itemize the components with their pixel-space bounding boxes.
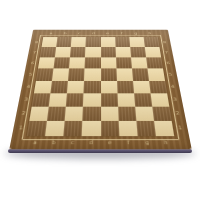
square-h7[interactable] [145,47,161,57]
square-e1[interactable] [101,121,119,136]
square-e8[interactable] [101,37,116,47]
square-a1[interactable] [27,121,47,136]
square-d2[interactable] [83,106,101,120]
square-f1[interactable] [118,121,137,136]
coords-bottom-label-b: b [44,136,64,149]
square-e2[interactable] [101,106,119,120]
square-c4[interactable] [67,81,84,94]
square-f3[interactable] [117,93,135,106]
square-d7[interactable] [85,47,100,57]
coords-right-label-6: 6 [161,58,175,69]
square-e6[interactable] [101,58,117,69]
square-c2[interactable] [65,106,83,120]
square-g6[interactable] [131,58,148,69]
square-a4[interactable] [34,81,52,94]
board-grid[interactable] [27,37,174,136]
coords-bottom: abcdefgh [25,136,177,149]
square-h4[interactable] [149,81,167,94]
square-h2[interactable] [152,106,172,120]
coords-top: abcdefgh [43,30,158,38]
square-f6[interactable] [116,58,132,69]
square-g4[interactable] [133,81,151,94]
square-g8[interactable] [129,37,145,47]
coords-top-label-e: e [101,30,115,38]
coords-right-label-5: 5 [163,69,178,81]
square-g5[interactable] [132,69,149,81]
square-h5[interactable] [147,69,165,81]
square-d3[interactable] [83,93,100,106]
coords-top-label-c: c [72,30,87,38]
square-e3[interactable] [101,93,118,106]
coords-right-label-3: 3 [167,93,183,106]
square-g1[interactable] [136,121,156,136]
square-e7[interactable] [101,47,116,57]
square-b2[interactable] [47,106,66,120]
square-c7[interactable] [70,47,86,57]
square-c6[interactable] [69,58,85,69]
square-b1[interactable] [45,121,65,136]
square-a5[interactable] [36,69,54,81]
board-side-edge [8,149,192,153]
square-g2[interactable] [135,106,154,120]
coords-right-label-7: 7 [159,47,173,57]
square-f8[interactable] [115,37,130,47]
coords-top-label-d: d [86,30,100,38]
coords-right-label-8: 8 [158,37,172,47]
square-b6[interactable] [54,58,71,69]
coords-bottom-label-f: f [119,136,139,149]
chess-board-scene: abcdefgh abcdefgh 87654321 87654321 [0,0,200,200]
coords-top-label-f: f [115,30,130,38]
square-a7[interactable] [40,47,56,57]
square-f2[interactable] [118,106,136,120]
square-b7[interactable] [55,47,71,57]
chess-board: abcdefgh abcdefgh 87654321 87654321 [9,30,191,150]
square-b3[interactable] [49,93,67,106]
square-f7[interactable] [115,47,131,57]
coords-top-label-g: g [129,30,144,38]
square-g7[interactable] [130,47,146,57]
coords-right-label-1: 1 [172,121,189,136]
square-h1[interactable] [154,121,174,136]
coords-top-label-b: b [58,30,73,38]
square-d1[interactable] [82,121,100,136]
coords-top-label-a: a [43,30,58,38]
square-b8[interactable] [56,37,72,47]
square-g3[interactable] [134,93,152,106]
square-h3[interactable] [150,93,169,106]
square-e5[interactable] [101,69,117,81]
coords-bottom-label-d: d [82,136,101,149]
coords-right-label-2: 2 [169,106,186,120]
coords-bottom-label-c: c [63,136,83,149]
square-d5[interactable] [84,69,100,81]
square-h6[interactable] [146,58,163,69]
square-a2[interactable] [29,106,49,120]
coords-bottom-label-h: h [156,136,177,149]
square-d4[interactable] [84,81,101,94]
square-a8[interactable] [42,37,58,47]
square-b4[interactable] [51,81,69,94]
square-d6[interactable] [85,58,101,69]
square-f4[interactable] [117,81,134,94]
square-c1[interactable] [64,121,83,136]
coords-bottom-label-e: e [101,136,120,149]
coords-right-label-4: 4 [165,81,181,94]
square-h8[interactable] [143,37,159,47]
coords-top-label-h: h [143,30,158,38]
coords-bottom-label-a: a [25,136,46,149]
square-a3[interactable] [32,93,51,106]
square-a6[interactable] [38,58,55,69]
square-f5[interactable] [116,69,133,81]
square-c8[interactable] [71,37,86,47]
square-b5[interactable] [52,69,69,81]
square-e4[interactable] [101,81,118,94]
square-d8[interactable] [86,37,101,47]
coords-bottom-label-g: g [137,136,157,149]
square-c3[interactable] [66,93,84,106]
square-c5[interactable] [68,69,85,81]
